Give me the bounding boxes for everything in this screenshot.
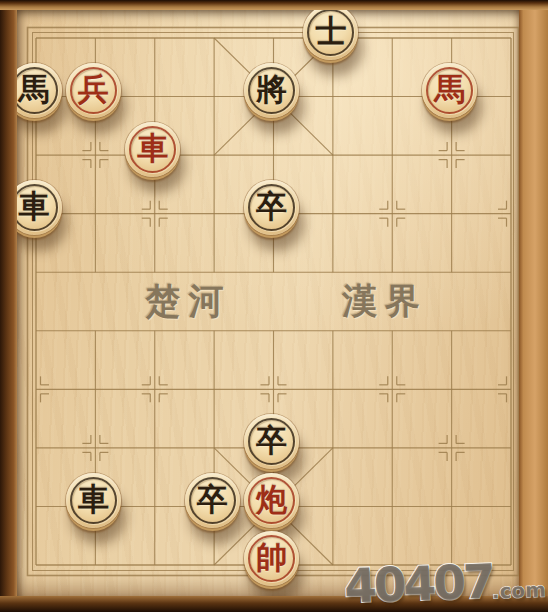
piece-glyph: 馬 (422, 63, 477, 118)
piece-black-soldier-e4[interactable]: 卒 (244, 180, 299, 235)
piece-red-general[interactable]: 帥 (244, 531, 299, 586)
piece-glyph: 炮 (244, 473, 299, 528)
piece-glyph: 卒 (244, 180, 299, 235)
piece-glyph: 帥 (244, 531, 299, 586)
piece-red-cannon[interactable]: 炮 (244, 473, 299, 528)
piece-black-soldier-d9[interactable]: 卒 (185, 473, 240, 528)
board-frame-right (519, 0, 548, 612)
piece-glyph: 車 (125, 122, 180, 177)
piece-glyph: 兵 (66, 63, 121, 118)
piece-black-general[interactable]: 將 (244, 63, 299, 118)
piece-black-soldier-e8[interactable]: 卒 (244, 414, 299, 469)
piece-red-chariot[interactable]: 車 (125, 122, 180, 177)
board-frame-left (0, 0, 17, 612)
river-label-right: 漢界 (310, 281, 460, 321)
board-frame-top (0, 0, 548, 10)
piece-red-horse-right[interactable]: 馬 (422, 63, 477, 118)
piece-glyph: 卒 (244, 414, 299, 469)
piece-black-chariot-b9[interactable]: 車 (66, 473, 121, 528)
river-label-left: 楚河 (116, 281, 261, 321)
piece-glyph: 士 (303, 5, 358, 60)
xiangqi-app: 楚河 漢界 馬兵將士馬車車卒卒車卒炮帥 40407 .com (0, 0, 548, 612)
piece-glyph: 卒 (185, 473, 240, 528)
piece-black-advisor[interactable]: 士 (303, 5, 358, 60)
piece-red-soldier-b[interactable]: 兵 (66, 63, 121, 118)
piece-glyph: 車 (66, 473, 121, 528)
piece-glyph: 將 (244, 63, 299, 118)
board-frame-bottom (0, 596, 548, 612)
